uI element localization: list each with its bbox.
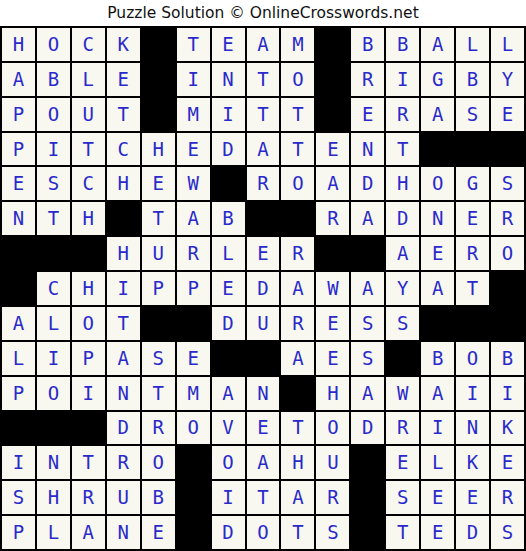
cell-r11c2[interactable]: O bbox=[37, 377, 70, 410]
cell-r12c8[interactable]: E bbox=[247, 412, 280, 445]
black-cell-r10c8 bbox=[247, 342, 280, 375]
cell-r14c5[interactable]: B bbox=[142, 481, 175, 514]
cell-r1c1[interactable]: H bbox=[2, 28, 35, 61]
cell-r6c15[interactable]: R bbox=[491, 202, 524, 235]
cell-r3c1[interactable]: P bbox=[2, 98, 35, 131]
cell-r9c3[interactable]: O bbox=[72, 307, 105, 340]
cell-r14c14[interactable]: E bbox=[456, 481, 489, 514]
cell-r12c5[interactable]: R bbox=[142, 412, 175, 445]
cell-r8c11[interactable]: A bbox=[351, 272, 384, 305]
cell-r2c13[interactable]: G bbox=[421, 63, 454, 96]
cell-r13c12[interactable]: E bbox=[386, 446, 419, 479]
cell-r3c11[interactable]: E bbox=[351, 98, 384, 131]
cell-r4c3[interactable]: T bbox=[72, 133, 105, 166]
cell-r10c5[interactable]: S bbox=[142, 342, 175, 375]
cell-r2c1[interactable]: A bbox=[2, 63, 35, 96]
cell-r6c10[interactable]: R bbox=[316, 202, 349, 235]
cell-r8c12[interactable]: Y bbox=[386, 272, 419, 305]
cell-r9c10[interactable]: E bbox=[316, 307, 349, 340]
cell-r5c4[interactable]: H bbox=[107, 167, 140, 200]
black-cell-r8c15 bbox=[491, 272, 524, 305]
cell-r3c13[interactable]: A bbox=[421, 98, 454, 131]
cell-r5c1[interactable]: E bbox=[2, 167, 35, 200]
cell-r12c10[interactable]: O bbox=[316, 412, 349, 445]
black-cell-r12c3 bbox=[72, 412, 105, 445]
black-cell-r9c14 bbox=[456, 307, 489, 340]
black-cell-r7c10 bbox=[316, 237, 349, 270]
cell-r15c12[interactable]: T bbox=[386, 516, 419, 549]
black-cell-r1c10 bbox=[316, 28, 349, 61]
black-cell-r7c1 bbox=[2, 237, 35, 270]
cell-r5c6[interactable]: W bbox=[177, 167, 210, 200]
cell-r2c11[interactable]: R bbox=[351, 63, 384, 96]
black-cell-r6c9 bbox=[281, 202, 314, 235]
cell-r8c6[interactable]: P bbox=[177, 272, 210, 305]
cell-r6c12[interactable]: D bbox=[386, 202, 419, 235]
cell-r6c11[interactable]: A bbox=[351, 202, 384, 235]
cell-r8c13[interactable]: A bbox=[421, 272, 454, 305]
page-title: Puzzle Solution © OnlineCrosswords.net bbox=[0, 0, 526, 26]
crossword-grid: HOCKTEAMBBALLABLEINTORIGBYPOUTMITTERASEP… bbox=[0, 26, 526, 551]
cell-r1c11[interactable]: B bbox=[351, 28, 384, 61]
black-cell-r12c1 bbox=[2, 412, 35, 445]
black-cell-r9c15 bbox=[491, 307, 524, 340]
cell-r13c1[interactable]: I bbox=[2, 446, 35, 479]
black-cell-r10c7 bbox=[212, 342, 245, 375]
cell-r5c5[interactable]: E bbox=[142, 167, 175, 200]
cell-r15c9[interactable]: T bbox=[281, 516, 314, 549]
cell-r1c8[interactable]: A bbox=[247, 28, 280, 61]
black-cell-r8c1 bbox=[2, 272, 35, 305]
cell-r7c6[interactable]: R bbox=[177, 237, 210, 270]
cell-r4c9[interactable]: T bbox=[281, 133, 314, 166]
cell-r15c15[interactable]: S bbox=[491, 516, 524, 549]
cell-r11c8[interactable]: N bbox=[247, 377, 280, 410]
cell-r3c8[interactable]: T bbox=[247, 98, 280, 131]
cell-r9c9[interactable]: R bbox=[281, 307, 314, 340]
cell-r15c13[interactable]: E bbox=[421, 516, 454, 549]
cell-r13c8[interactable]: A bbox=[247, 446, 280, 479]
black-cell-r15c11 bbox=[351, 516, 384, 549]
cell-r2c15[interactable]: Y bbox=[491, 63, 524, 96]
cell-r6c14[interactable]: E bbox=[456, 202, 489, 235]
cell-r10c6[interactable]: E bbox=[177, 342, 210, 375]
black-cell-r7c11 bbox=[351, 237, 384, 270]
black-cell-r1c5 bbox=[142, 28, 175, 61]
cell-r15c8[interactable]: O bbox=[247, 516, 280, 549]
cell-r4c4[interactable]: C bbox=[107, 133, 140, 166]
cell-r1c6[interactable]: T bbox=[177, 28, 210, 61]
cell-r12c14[interactable]: N bbox=[456, 412, 489, 445]
cell-r10c13[interactable]: B bbox=[421, 342, 454, 375]
cell-r15c3[interactable]: A bbox=[72, 516, 105, 549]
cell-r11c11[interactable]: A bbox=[351, 377, 384, 410]
cell-r2c2[interactable]: B bbox=[37, 63, 70, 96]
cell-r1c3[interactable]: C bbox=[72, 28, 105, 61]
cell-r4c10[interactable]: E bbox=[316, 133, 349, 166]
cell-r11c5[interactable]: T bbox=[142, 377, 175, 410]
cell-r1c12[interactable]: B bbox=[386, 28, 419, 61]
cell-r15c5[interactable]: E bbox=[142, 516, 175, 549]
cell-r2c3[interactable]: L bbox=[72, 63, 105, 96]
cell-r8c14[interactable]: T bbox=[456, 272, 489, 305]
cell-r15c1[interactable]: P bbox=[2, 516, 35, 549]
cell-r11c1[interactable]: P bbox=[2, 377, 35, 410]
cell-r6c3[interactable]: H bbox=[72, 202, 105, 235]
cell-r6c2[interactable]: T bbox=[37, 202, 70, 235]
black-cell-r13c6 bbox=[177, 446, 210, 479]
cell-r7c7[interactable]: L bbox=[212, 237, 245, 270]
cell-r7c12[interactable]: A bbox=[386, 237, 419, 270]
black-cell-r13c11 bbox=[351, 446, 384, 479]
cell-r5c14[interactable]: G bbox=[456, 167, 489, 200]
cell-r4c6[interactable]: E bbox=[177, 133, 210, 166]
cell-r2c9[interactable]: O bbox=[281, 63, 314, 96]
cell-r5c10[interactable]: A bbox=[316, 167, 349, 200]
black-cell-r3c10 bbox=[316, 98, 349, 131]
cell-r3c14[interactable]: S bbox=[456, 98, 489, 131]
cell-r5c8[interactable]: R bbox=[247, 167, 280, 200]
cell-r13c4[interactable]: R bbox=[107, 446, 140, 479]
cell-r9c4[interactable]: T bbox=[107, 307, 140, 340]
cell-r10c3[interactable]: P bbox=[72, 342, 105, 375]
cell-r11c4[interactable]: N bbox=[107, 377, 140, 410]
cell-r7c4[interactable]: H bbox=[107, 237, 140, 270]
cell-r14c9[interactable]: A bbox=[281, 481, 314, 514]
cell-r11c12[interactable]: W bbox=[386, 377, 419, 410]
cell-r12c12[interactable]: R bbox=[386, 412, 419, 445]
cell-r4c8[interactable]: A bbox=[247, 133, 280, 166]
cell-r15c4[interactable]: N bbox=[107, 516, 140, 549]
cell-r2c4[interactable]: E bbox=[107, 63, 140, 96]
cell-r11c14[interactable]: I bbox=[456, 377, 489, 410]
black-cell-r7c2 bbox=[37, 237, 70, 270]
cell-r9c2[interactable]: L bbox=[37, 307, 70, 340]
cell-r6c1[interactable]: N bbox=[2, 202, 35, 235]
cell-r9c7[interactable]: D bbox=[212, 307, 245, 340]
cell-r10c11[interactable]: S bbox=[351, 342, 384, 375]
cell-r6c13[interactable]: N bbox=[421, 202, 454, 235]
cell-r15c7[interactable]: D bbox=[212, 516, 245, 549]
cell-r5c13[interactable]: O bbox=[421, 167, 454, 200]
cell-r5c11[interactable]: D bbox=[351, 167, 384, 200]
cell-r4c7[interactable]: D bbox=[212, 133, 245, 166]
cell-r13c5[interactable]: O bbox=[142, 446, 175, 479]
cell-r12c6[interactable]: O bbox=[177, 412, 210, 445]
cell-r7c15[interactable]: O bbox=[491, 237, 524, 270]
cell-r13c9[interactable]: H bbox=[281, 446, 314, 479]
cell-r12c7[interactable]: V bbox=[212, 412, 245, 445]
cell-r7c13[interactable]: E bbox=[421, 237, 454, 270]
cell-r3c7[interactable]: I bbox=[212, 98, 245, 131]
cell-r15c2[interactable]: L bbox=[37, 516, 70, 549]
cell-r5c2[interactable]: S bbox=[37, 167, 70, 200]
black-cell-r5c7 bbox=[212, 167, 245, 200]
cell-r1c4[interactable]: K bbox=[107, 28, 140, 61]
cell-r3c4[interactable]: T bbox=[107, 98, 140, 131]
cell-r10c14[interactable]: O bbox=[456, 342, 489, 375]
cell-r6c7[interactable]: B bbox=[212, 202, 245, 235]
cell-r8c9[interactable]: A bbox=[281, 272, 314, 305]
cell-r4c5[interactable]: H bbox=[142, 133, 175, 166]
cell-r5c3[interactable]: C bbox=[72, 167, 105, 200]
cell-r11c7[interactable]: A bbox=[212, 377, 245, 410]
cell-r7c9[interactable]: R bbox=[281, 237, 314, 270]
cell-r1c15[interactable]: L bbox=[491, 28, 524, 61]
cell-r8c2[interactable]: C bbox=[37, 272, 70, 305]
cell-r8c4[interactable]: I bbox=[107, 272, 140, 305]
puzzle-solution-page: Puzzle Solution © OnlineCrosswords.net H… bbox=[0, 0, 526, 551]
cell-r14c2[interactable]: H bbox=[37, 481, 70, 514]
black-cell-r10c12 bbox=[386, 342, 419, 375]
black-cell-r15c6 bbox=[177, 516, 210, 549]
cell-r10c15[interactable]: B bbox=[491, 342, 524, 375]
cell-r2c6[interactable]: I bbox=[177, 63, 210, 96]
cell-r12c9[interactable]: T bbox=[281, 412, 314, 445]
cell-r3c3[interactable]: U bbox=[72, 98, 105, 131]
black-cell-r2c10 bbox=[316, 63, 349, 96]
black-cell-r9c13 bbox=[421, 307, 454, 340]
cell-r8c3[interactable]: H bbox=[72, 272, 105, 305]
black-cell-r9c5 bbox=[142, 307, 175, 340]
cell-r8c10[interactable]: W bbox=[316, 272, 349, 305]
cell-r8c8[interactable]: D bbox=[247, 272, 280, 305]
cell-r12c13[interactable]: I bbox=[421, 412, 454, 445]
cell-r12c11[interactable]: D bbox=[351, 412, 384, 445]
cell-r15c10[interactable]: S bbox=[316, 516, 349, 549]
cell-r13c3[interactable]: T bbox=[72, 446, 105, 479]
black-cell-r6c8 bbox=[247, 202, 280, 235]
cell-r5c12[interactable]: H bbox=[386, 167, 419, 200]
cell-r8c5[interactable]: P bbox=[142, 272, 175, 305]
cell-r1c2[interactable]: O bbox=[37, 28, 70, 61]
cell-r5c15[interactable]: S bbox=[491, 167, 524, 200]
cell-r14c4[interactable]: U bbox=[107, 481, 140, 514]
cell-r3c6[interactable]: M bbox=[177, 98, 210, 131]
cell-r2c12[interactable]: I bbox=[386, 63, 419, 96]
black-cell-r9c6 bbox=[177, 307, 210, 340]
black-cell-r7c3 bbox=[72, 237, 105, 270]
cell-r2c7[interactable]: N bbox=[212, 63, 245, 96]
cell-r11c15[interactable]: I bbox=[491, 377, 524, 410]
black-cell-r14c6 bbox=[177, 481, 210, 514]
cell-r1c7[interactable]: E bbox=[212, 28, 245, 61]
cell-r11c13[interactable]: A bbox=[421, 377, 454, 410]
cell-r3c2[interactable]: O bbox=[37, 98, 70, 131]
cell-r9c11[interactable]: S bbox=[351, 307, 384, 340]
cell-r6c6[interactable]: A bbox=[177, 202, 210, 235]
black-cell-r11c9 bbox=[281, 377, 314, 410]
cell-r11c6[interactable]: M bbox=[177, 377, 210, 410]
cell-r15c14[interactable]: D bbox=[456, 516, 489, 549]
cell-r1c13[interactable]: A bbox=[421, 28, 454, 61]
cell-r7c5[interactable]: U bbox=[142, 237, 175, 270]
cell-r14c8[interactable]: T bbox=[247, 481, 280, 514]
cell-r13c10[interactable]: U bbox=[316, 446, 349, 479]
cell-r2c8[interactable]: T bbox=[247, 63, 280, 96]
cell-r6c5[interactable]: T bbox=[142, 202, 175, 235]
cell-r7c14[interactable]: R bbox=[456, 237, 489, 270]
cell-r10c4[interactable]: A bbox=[107, 342, 140, 375]
cell-r14c12[interactable]: S bbox=[386, 481, 419, 514]
cell-r4c11[interactable]: N bbox=[351, 133, 384, 166]
black-cell-r6c4 bbox=[107, 202, 140, 235]
cell-r4c2[interactable]: I bbox=[37, 133, 70, 166]
cell-r14c15[interactable]: R bbox=[491, 481, 524, 514]
black-cell-r4c14 bbox=[456, 133, 489, 166]
cell-r8c7[interactable]: E bbox=[212, 272, 245, 305]
cell-r10c1[interactable]: L bbox=[2, 342, 35, 375]
black-cell-r12c2 bbox=[37, 412, 70, 445]
cell-r4c12[interactable]: T bbox=[386, 133, 419, 166]
cell-r13c14[interactable]: K bbox=[456, 446, 489, 479]
cell-r3c12[interactable]: R bbox=[386, 98, 419, 131]
cell-r3c15[interactable]: E bbox=[491, 98, 524, 131]
black-cell-r14c11 bbox=[351, 481, 384, 514]
cell-r9c8[interactable]: U bbox=[247, 307, 280, 340]
black-cell-r2c5 bbox=[142, 63, 175, 96]
cell-r12c4[interactable]: D bbox=[107, 412, 140, 445]
cell-r14c1[interactable]: S bbox=[2, 481, 35, 514]
cell-r10c2[interactable]: I bbox=[37, 342, 70, 375]
cell-r11c10[interactable]: H bbox=[316, 377, 349, 410]
cell-r14c13[interactable]: E bbox=[421, 481, 454, 514]
cell-r10c10[interactable]: E bbox=[316, 342, 349, 375]
cell-r13c7[interactable]: O bbox=[212, 446, 245, 479]
cell-r9c1[interactable]: A bbox=[2, 307, 35, 340]
cell-r13c13[interactable]: L bbox=[421, 446, 454, 479]
cell-r11c3[interactable]: I bbox=[72, 377, 105, 410]
cell-r2c14[interactable]: B bbox=[456, 63, 489, 96]
cell-r14c7[interactable]: I bbox=[212, 481, 245, 514]
cell-r14c10[interactable]: R bbox=[316, 481, 349, 514]
cell-r13c15[interactable]: E bbox=[491, 446, 524, 479]
cell-r14c3[interactable]: R bbox=[72, 481, 105, 514]
cell-r1c9[interactable]: M bbox=[281, 28, 314, 61]
cell-r13c2[interactable]: N bbox=[37, 446, 70, 479]
cell-r12c15[interactable]: K bbox=[491, 412, 524, 445]
black-cell-r4c13 bbox=[421, 133, 454, 166]
cell-r7c8[interactable]: E bbox=[247, 237, 280, 270]
cell-r5c9[interactable]: O bbox=[281, 167, 314, 200]
cell-r3c9[interactable]: T bbox=[281, 98, 314, 131]
cell-r9c12[interactable]: S bbox=[386, 307, 419, 340]
black-cell-r4c15 bbox=[491, 133, 524, 166]
cell-r4c1[interactable]: P bbox=[2, 133, 35, 166]
black-cell-r3c5 bbox=[142, 98, 175, 131]
cell-r1c14[interactable]: L bbox=[456, 28, 489, 61]
cell-r10c9[interactable]: A bbox=[281, 342, 314, 375]
